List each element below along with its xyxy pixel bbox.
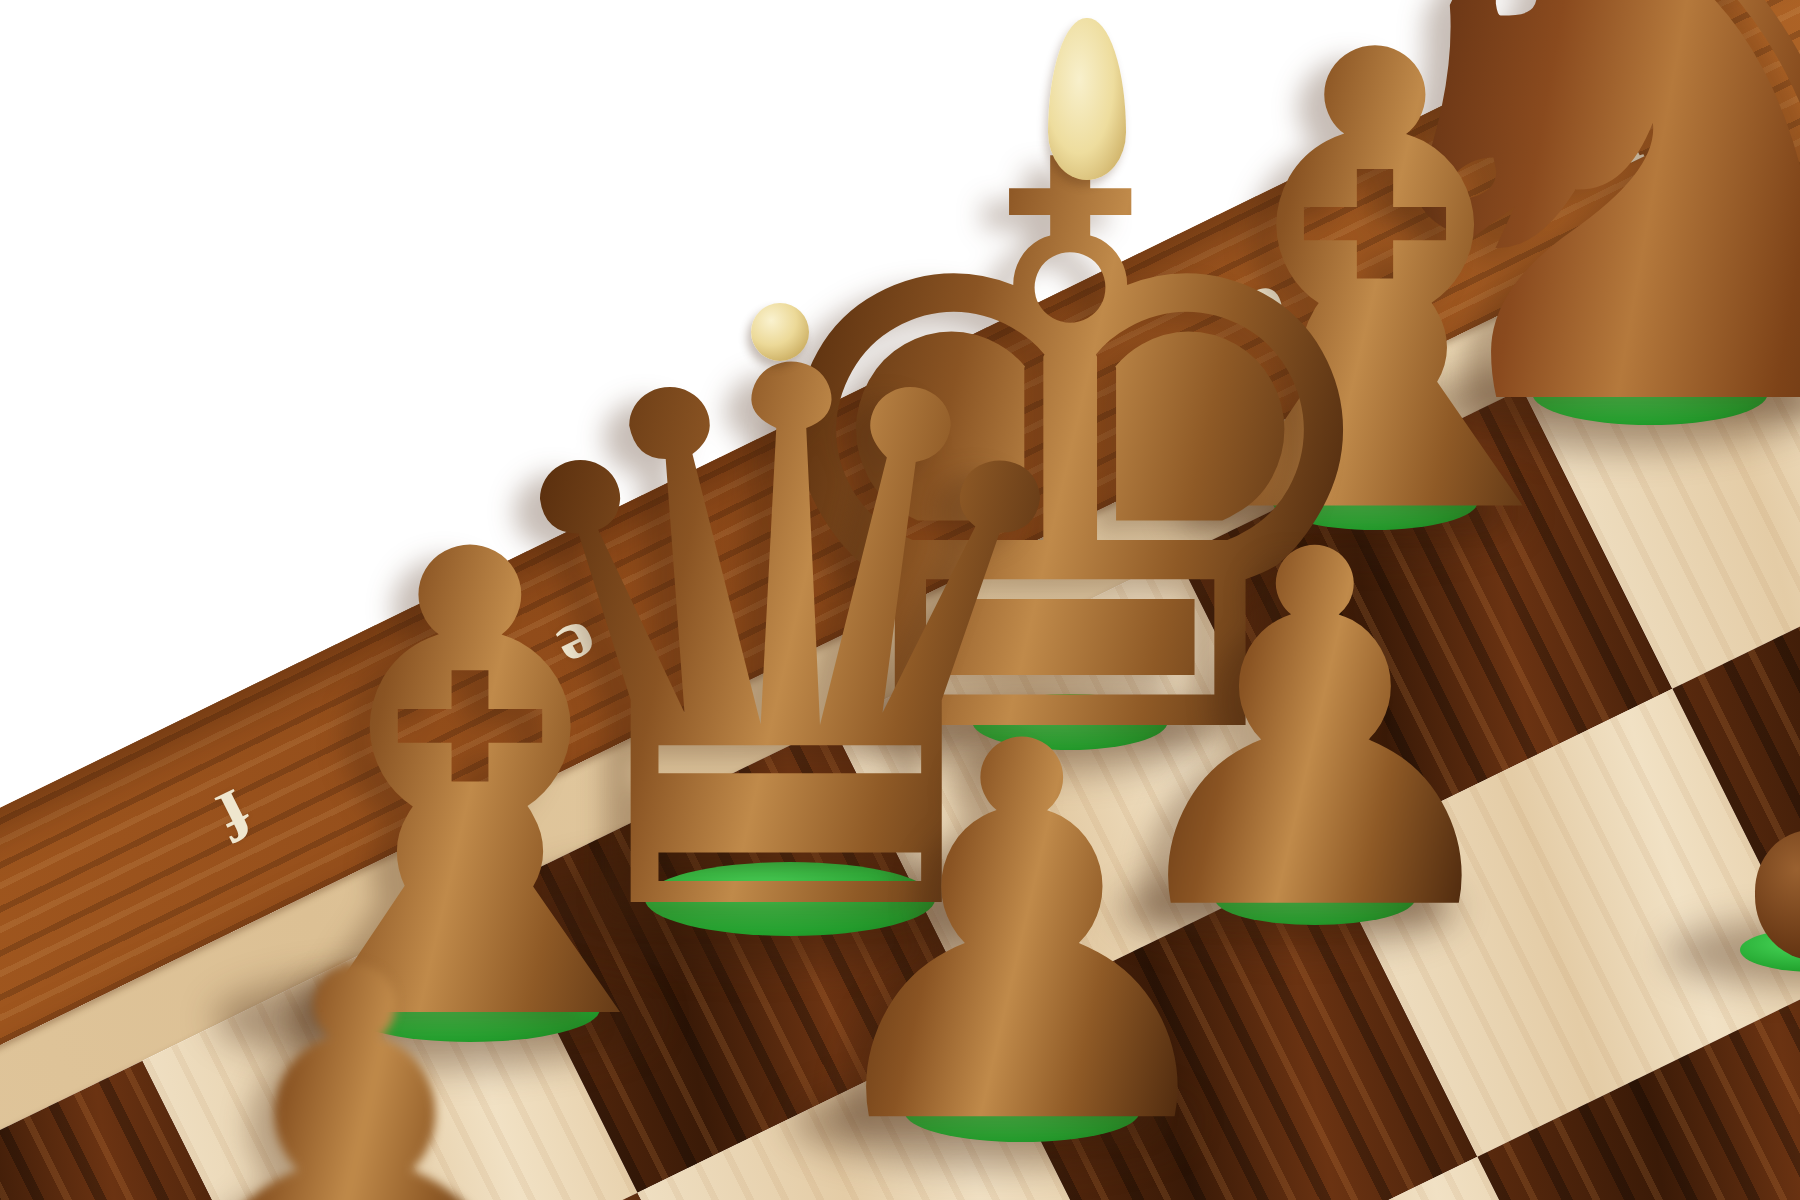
boxwood-ball-finial (751, 303, 809, 361)
product-photo-scene: fedcb ♞♝♚♛♟♝♟♟ (0, 0, 1800, 1200)
pawn-glyph: ♟ (789, 676, 1255, 1196)
pawn-glyph: ♟ (122, 903, 588, 1200)
pieces-layer: ♞♝♚♛♟♝♟♟ (0, 0, 1800, 1200)
